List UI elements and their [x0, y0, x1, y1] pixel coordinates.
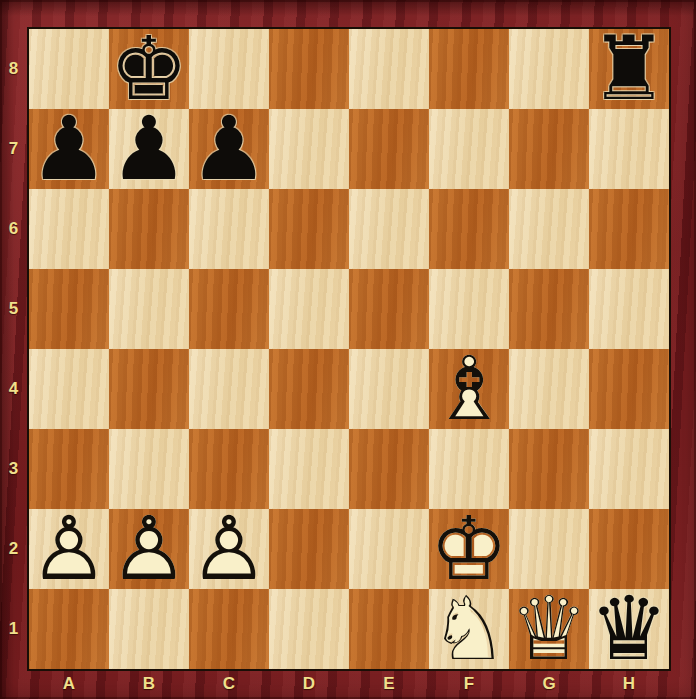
square-c7[interactable]: ♟	[189, 109, 269, 189]
square-g1[interactable]: ♛♕	[509, 589, 589, 669]
square-e7[interactable]	[349, 109, 429, 189]
square-d5[interactable]	[269, 269, 349, 349]
square-g6[interactable]	[509, 189, 589, 269]
piece-glyph-fill: ♛	[590, 585, 669, 673]
square-g3[interactable]	[509, 429, 589, 509]
rank-label-4: 4	[0, 349, 27, 429]
rank-label-7: 7	[0, 109, 27, 189]
square-e2[interactable]	[349, 509, 429, 589]
file-label-d: D	[269, 669, 349, 699]
square-e3[interactable]	[349, 429, 429, 509]
square-h1[interactable]: ♛	[589, 589, 669, 669]
rank-label-6: 6	[0, 189, 27, 269]
white-pawn[interactable]: ♟♙	[189, 509, 269, 589]
rank-label-2: 2	[0, 509, 27, 589]
square-a7[interactable]: ♟	[29, 109, 109, 189]
piece-glyph-fill: ♜	[590, 25, 669, 113]
square-a4[interactable]	[29, 349, 109, 429]
square-e4[interactable]	[349, 349, 429, 429]
square-d3[interactable]	[269, 429, 349, 509]
square-a2[interactable]: ♟♙	[29, 509, 109, 589]
black-rook[interactable]: ♜	[589, 29, 669, 109]
rank-label-3: 3	[0, 429, 27, 509]
square-h4[interactable]	[589, 349, 669, 429]
square-d6[interactable]	[269, 189, 349, 269]
square-h8[interactable]: ♜	[589, 29, 669, 109]
black-pawn[interactable]: ♟	[109, 109, 189, 189]
square-a5[interactable]	[29, 269, 109, 349]
square-d7[interactable]	[269, 109, 349, 189]
square-c2[interactable]: ♟♙	[189, 509, 269, 589]
piece-glyph-outline: ♙	[30, 505, 109, 593]
square-b5[interactable]	[109, 269, 189, 349]
square-d2[interactable]	[269, 509, 349, 589]
file-labels: ABCDEFGH	[29, 669, 669, 699]
square-b4[interactable]	[109, 349, 189, 429]
piece-glyph-outline: ♕	[510, 585, 589, 673]
file-label-g: G	[509, 669, 589, 699]
square-e1[interactable]	[349, 589, 429, 669]
square-b6[interactable]	[109, 189, 189, 269]
rank-labels: 87654321	[0, 29, 27, 669]
square-d1[interactable]	[269, 589, 349, 669]
rank-label-8: 8	[0, 29, 27, 109]
white-knight[interactable]: ♞♘	[429, 589, 509, 669]
square-h5[interactable]	[589, 269, 669, 349]
square-a6[interactable]	[29, 189, 109, 269]
square-h3[interactable]	[589, 429, 669, 509]
rank-label-5: 5	[0, 269, 27, 349]
file-label-f: F	[429, 669, 509, 699]
square-f1[interactable]: ♞♘	[429, 589, 509, 669]
square-c1[interactable]	[189, 589, 269, 669]
white-queen[interactable]: ♛♕	[509, 589, 589, 669]
piece-glyph-fill: ♟	[190, 105, 269, 193]
square-e6[interactable]	[349, 189, 429, 269]
square-g4[interactable]	[509, 349, 589, 429]
square-d8[interactable]	[269, 29, 349, 109]
square-c6[interactable]	[189, 189, 269, 269]
square-f4[interactable]: ♝♗	[429, 349, 509, 429]
piece-glyph-outline: ♙	[190, 505, 269, 593]
square-f6[interactable]	[429, 189, 509, 269]
square-f7[interactable]	[429, 109, 509, 189]
black-queen[interactable]: ♛	[589, 589, 669, 669]
piece-glyph-outline: ♗	[430, 345, 509, 433]
square-b1[interactable]	[109, 589, 189, 669]
square-a1[interactable]	[29, 589, 109, 669]
board-frame: ♚♜♟♟♟♝♗♟♙♟♙♟♙♚♔♞♘♛♕♛ 87654321 ABCDEFGH	[0, 0, 696, 699]
square-d4[interactable]	[269, 349, 349, 429]
square-g5[interactable]	[509, 269, 589, 349]
black-pawn[interactable]: ♟	[29, 109, 109, 189]
square-f8[interactable]	[429, 29, 509, 109]
black-pawn[interactable]: ♟	[189, 109, 269, 189]
square-c4[interactable]	[189, 349, 269, 429]
rank-label-1: 1	[0, 589, 27, 669]
file-label-e: E	[349, 669, 429, 699]
piece-glyph-fill: ♟	[30, 105, 109, 193]
white-pawn[interactable]: ♟♙	[29, 509, 109, 589]
square-b2[interactable]: ♟♙	[109, 509, 189, 589]
square-h7[interactable]	[589, 109, 669, 189]
chess-board: ♚♜♟♟♟♝♗♟♙♟♙♟♙♚♔♞♘♛♕♛	[27, 27, 671, 671]
file-label-b: B	[109, 669, 189, 699]
file-label-h: H	[589, 669, 669, 699]
file-label-c: C	[189, 669, 269, 699]
piece-glyph-fill: ♟	[110, 105, 189, 193]
white-pawn[interactable]: ♟♙	[109, 509, 189, 589]
square-h6[interactable]	[589, 189, 669, 269]
square-g8[interactable]	[509, 29, 589, 109]
white-bishop[interactable]: ♝♗	[429, 349, 509, 429]
file-label-a: A	[29, 669, 109, 699]
square-e8[interactable]	[349, 29, 429, 109]
square-c5[interactable]	[189, 269, 269, 349]
square-b7[interactable]: ♟	[109, 109, 189, 189]
piece-glyph-outline: ♘	[430, 585, 509, 673]
piece-glyph-outline: ♙	[110, 505, 189, 593]
square-e5[interactable]	[349, 269, 429, 349]
square-g7[interactable]	[509, 109, 589, 189]
